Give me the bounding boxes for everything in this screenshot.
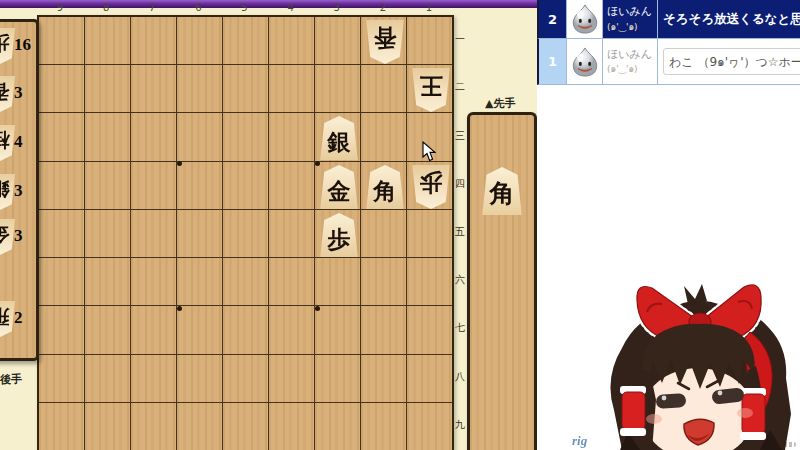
hand-count-knight: 4 [14, 132, 36, 152]
slime-avatar-icon [570, 46, 600, 78]
board-cell[interactable] [223, 355, 268, 402]
board-cell[interactable] [85, 306, 130, 353]
row-label: 三 [453, 111, 467, 159]
row-label: 七 [453, 304, 467, 352]
board-cell[interactable] [177, 306, 222, 353]
board-cell[interactable] [223, 65, 268, 112]
star-point [315, 161, 320, 166]
board-cell[interactable] [361, 355, 406, 402]
chat-message-cell[interactable]: そろそろ放送くるなと思ってまちが [658, 0, 800, 38]
col-label: 2 [360, 2, 406, 15]
board-cell[interactable] [177, 113, 222, 160]
board-cell[interactable] [269, 355, 314, 402]
row-label: 五 [453, 208, 467, 256]
board-cell[interactable] [85, 210, 130, 257]
board-cell[interactable] [85, 17, 130, 64]
board-cell[interactable] [269, 65, 314, 112]
board-cell[interactable] [177, 355, 222, 402]
hand-count-silver: 3 [14, 181, 36, 201]
username: ほいみん [607, 4, 652, 21]
gote-captured-tray[interactable]: 歩 16 香 3 桂 4 銀 3 金 3 飛 2 [0, 19, 39, 361]
board-cell[interactable] [177, 162, 222, 209]
board-cell[interactable] [131, 65, 176, 112]
board-column-labels: 9 8 7 6 5 4 3 2 1 [37, 2, 452, 15]
app-window: 9 8 7 6 5 4 3 2 1 香 王 銀 金 角 歩 歩 一 二 三 四 … [0, 0, 800, 450]
board-cell[interactable] [85, 403, 130, 450]
hand-count-pawn: 16 [14, 35, 36, 55]
board-cell[interactable] [131, 355, 176, 402]
board-cell[interactable] [407, 210, 452, 257]
star-point [177, 161, 182, 166]
board-cell[interactable] [39, 65, 84, 112]
board-cell[interactable] [223, 162, 268, 209]
board-cell[interactable] [361, 306, 406, 353]
board-cell[interactable] [315, 65, 360, 112]
hand-count-lance: 3 [14, 83, 36, 103]
board-cell[interactable] [85, 355, 130, 402]
board-cell[interactable] [85, 162, 130, 209]
chat-message: わこ （9๑'ヮ'）つ☆ホーーイミ！ [663, 48, 800, 75]
board-cell[interactable] [131, 162, 176, 209]
board-cell[interactable] [131, 113, 176, 160]
chat-message-cell[interactable]: わこ （9๑'ヮ'）つ☆ホーーイミ！ [658, 39, 800, 84]
board-cell[interactable] [223, 17, 268, 64]
board-cell[interactable] [39, 355, 84, 402]
hand-piece-bishop-sente[interactable]: 角 [481, 167, 523, 215]
reimu-character-image [592, 282, 800, 450]
board-cell[interactable] [177, 65, 222, 112]
board-cell[interactable] [361, 258, 406, 305]
board-cell[interactable] [315, 258, 360, 305]
hand-count-gold: 3 [14, 226, 36, 246]
sente-label: ▲先手 [485, 96, 515, 111]
board-cell[interactable] [131, 306, 176, 353]
board-cell[interactable] [177, 258, 222, 305]
board-cell[interactable] [85, 258, 130, 305]
board-cell[interactable] [223, 306, 268, 353]
board-cell[interactable] [39, 403, 84, 450]
board-cell[interactable] [85, 113, 130, 160]
row-label: 八 [453, 353, 467, 401]
col-label: 3 [314, 2, 360, 15]
col-label: 8 [83, 2, 129, 15]
hand-count-rook: 2 [14, 308, 36, 328]
user-emoticon: (๑'‿'๑) [607, 63, 638, 76]
row-label: 二 [453, 63, 467, 111]
board-cell[interactable] [269, 17, 314, 64]
col-label: 4 [268, 2, 314, 15]
board-cell[interactable] [39, 258, 84, 305]
board-cell[interactable] [269, 162, 314, 209]
star-point [315, 306, 320, 311]
board-cell[interactable] [269, 113, 314, 160]
board-cell[interactable] [269, 210, 314, 257]
shogi-board[interactable]: 香 王 銀 金 角 歩 歩 [37, 15, 454, 450]
board-cell[interactable] [223, 258, 268, 305]
board-cell[interactable] [131, 258, 176, 305]
avatar [567, 39, 603, 84]
sente-captured-tray[interactable]: 角 [467, 112, 537, 450]
board-cell[interactable] [315, 355, 360, 402]
board-grid [39, 17, 452, 450]
chat-comment-number: 1 [539, 39, 567, 84]
board-cell[interactable] [177, 17, 222, 64]
chat-row[interactable]: 1 ほいみん (๑'‿'๑) わこ （9๑'ヮ'）つ☆ホーーイミ！ [537, 39, 800, 85]
board-cell[interactable] [361, 210, 406, 257]
row-label: 九 [453, 401, 467, 449]
board-cell[interactable] [269, 403, 314, 450]
board-cell[interactable] [407, 355, 452, 402]
col-label: 7 [129, 2, 175, 15]
gote-label: 後手 [0, 372, 22, 387]
board-cell[interactable] [361, 113, 406, 160]
board-cell[interactable] [361, 65, 406, 112]
chat-user-cell: ほいみん (๑'‿'๑) [603, 0, 658, 38]
board-cell[interactable] [223, 113, 268, 160]
board-cell[interactable] [131, 403, 176, 450]
chat-user-cell: ほいみん (๑'‿'๑) [603, 39, 658, 84]
board-cell[interactable] [315, 403, 360, 450]
board-cell[interactable] [131, 17, 176, 64]
board-cell[interactable] [361, 403, 406, 450]
watermark-text: rig [572, 433, 587, 449]
board-cell[interactable] [131, 210, 176, 257]
board-cell[interactable] [407, 306, 452, 353]
col-label: 6 [175, 2, 221, 15]
board-cell[interactable] [407, 403, 452, 450]
row-label: 四 [453, 160, 467, 208]
board-row-labels: 一 二 三 四 五 六 七 八 九 [453, 15, 467, 449]
board-cell[interactable] [177, 403, 222, 450]
board-cell[interactable] [177, 210, 222, 257]
username: ほいみん [607, 47, 652, 64]
board-cell[interactable] [39, 113, 84, 160]
star-point [177, 306, 182, 311]
board-cell[interactable] [223, 210, 268, 257]
board-cell[interactable] [39, 210, 84, 257]
board-cell[interactable] [407, 17, 452, 64]
slime-avatar-icon [570, 3, 600, 35]
col-label: 5 [221, 2, 267, 15]
board-cell[interactable] [223, 403, 268, 450]
board-cell[interactable] [85, 65, 130, 112]
chat-comment-number: 2 [539, 0, 567, 38]
row-label: 六 [453, 256, 467, 304]
avatar [567, 0, 603, 38]
col-label: 1 [406, 2, 452, 15]
board-cell[interactable] [315, 17, 360, 64]
board-cell[interactable] [407, 258, 452, 305]
board-cell[interactable] [315, 306, 360, 353]
chat-message: そろそろ放送くるなと思ってまちが [663, 11, 800, 28]
user-emoticon: (๑'‿'๑) [607, 21, 638, 34]
row-label: 一 [453, 15, 467, 63]
board-cell[interactable] [39, 162, 84, 209]
eye [656, 393, 687, 409]
board-cell[interactable] [269, 306, 314, 353]
col-label: 9 [37, 2, 83, 15]
board-cell[interactable] [39, 17, 84, 64]
board-cell[interactable] [39, 306, 84, 353]
board-cell[interactable] [269, 258, 314, 305]
mouse-cursor-icon [422, 141, 436, 166]
chat-row[interactable]: 2 ほいみん (๑'‿'๑) そろそろ放送くるなと思ってまちが [537, 0, 800, 39]
